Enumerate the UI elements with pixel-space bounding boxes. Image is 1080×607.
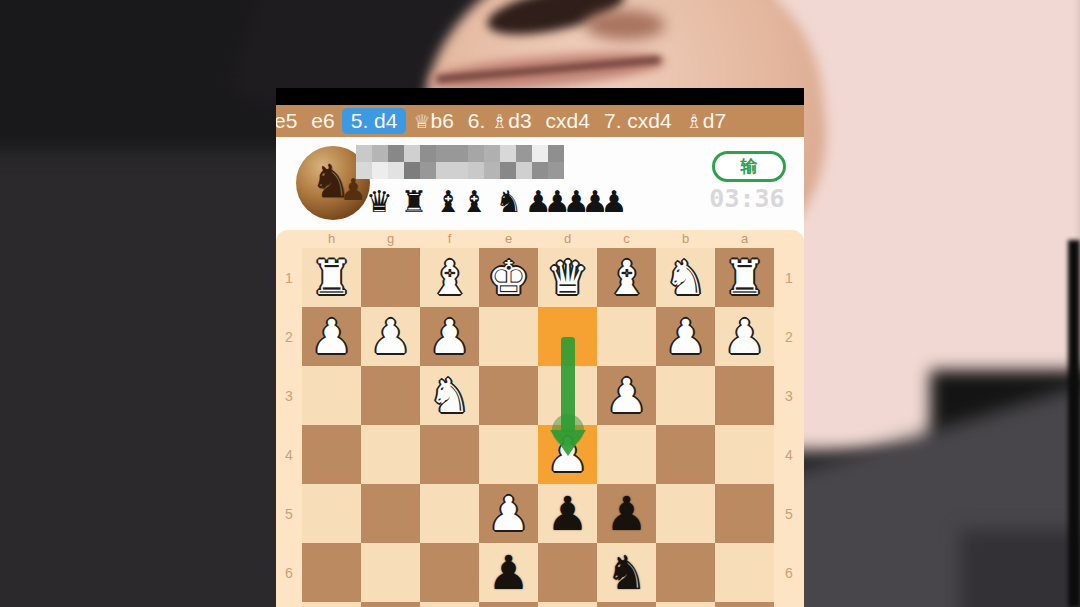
black-pawn-a7: ♟	[723, 602, 765, 607]
white-rook-a1: ♜	[723, 248, 765, 307]
square-a4[interactable]	[715, 425, 774, 484]
square-g7[interactable]: ♟	[361, 602, 420, 607]
square-g2[interactable]: ♟	[361, 307, 420, 366]
file-label-a: a	[715, 230, 774, 248]
black-pawn-e6: ♟	[487, 543, 529, 602]
chess-board[interactable]: ♜♝♚♛♝♞♜♟♟♟♟♟♞♟♟♟♟♟♟♞♟♟♟♟♟	[302, 248, 774, 607]
mosaic-block	[468, 162, 484, 179]
square-c6[interactable]: ♞	[597, 543, 656, 602]
white-pawn-f2: ♟	[428, 307, 470, 366]
square-b7[interactable]: ♟	[656, 602, 715, 607]
square-h3[interactable]	[302, 366, 361, 425]
rank-label-6-right: 6	[774, 565, 804, 581]
rank-label-6-left: 6	[276, 565, 302, 581]
square-c5[interactable]: ♟	[597, 484, 656, 543]
mosaic-block	[436, 145, 452, 162]
square-f5[interactable]	[420, 484, 479, 543]
square-e2[interactable]	[479, 307, 538, 366]
white-knight-b1: ♞	[664, 248, 706, 307]
move-list-bar[interactable]: e5e65. d4♕b66. ♗d3cxd47. cxd4♗d7	[276, 105, 804, 137]
mosaic-block	[548, 145, 564, 162]
file-label-f: f	[420, 230, 479, 248]
player-bar: ♞ ♟ ♛ ♜ ♝♝ ♞ ♟♟♟♟♟ 输 03:36	[276, 137, 804, 230]
square-h6[interactable]	[302, 543, 361, 602]
square-f1[interactable]: ♝	[420, 248, 479, 307]
black-pawn-g7: ♟	[369, 602, 411, 607]
file-label-g: g	[361, 230, 420, 248]
move-token-current[interactable]: 5. d4	[342, 108, 407, 134]
rank-label-2-right: 2	[774, 329, 804, 345]
black-pawn-f7: ♟	[428, 602, 470, 607]
file-label-d: d	[538, 230, 597, 248]
square-g4[interactable]	[361, 425, 420, 484]
mosaic-block	[548, 162, 564, 179]
square-c1[interactable]: ♝	[597, 248, 656, 307]
mosaic-block	[404, 162, 420, 179]
rank-label-3-right: 3	[774, 388, 804, 404]
square-c7[interactable]	[597, 602, 656, 607]
square-c3[interactable]: ♟	[597, 366, 656, 425]
square-g3[interactable]	[361, 366, 420, 425]
file-label-b: b	[656, 230, 715, 248]
move-arrow-head	[550, 430, 586, 456]
square-e5[interactable]: ♟	[479, 484, 538, 543]
background-nose-shadow	[585, 10, 665, 40]
white-pawn-b2: ♟	[664, 307, 706, 366]
rank-label-4-right: 4	[774, 447, 804, 463]
mosaic-block	[452, 145, 468, 162]
square-e6[interactable]: ♟	[479, 543, 538, 602]
white-king-e1: ♚	[487, 248, 529, 307]
white-rook-h1: ♜	[310, 248, 352, 307]
rank-label-2-left: 2	[276, 329, 302, 345]
square-a1[interactable]: ♜	[715, 248, 774, 307]
square-b5[interactable]	[656, 484, 715, 543]
move-token[interactable]: ♗d7	[679, 108, 733, 134]
letterbox-bar	[276, 88, 804, 105]
rank-label-5-right: 5	[774, 506, 804, 522]
square-g1[interactable]	[361, 248, 420, 307]
mosaic-block	[420, 145, 436, 162]
file-label-e: e	[479, 230, 538, 248]
board-section: hgfedcba ♜♝♚♛♝♞♜♟♟♟♟♟♞♟♟♟♟♟♟♞♟♟♟♟♟ 11223…	[276, 230, 804, 607]
move-arrow-shaft	[561, 337, 575, 433]
captured-major-pieces: ♛ ♜ ♝♝ ♞	[366, 184, 521, 219]
mosaic-block	[356, 145, 372, 162]
white-bishop-f1: ♝	[428, 248, 470, 307]
square-a6[interactable]	[715, 543, 774, 602]
square-e7[interactable]	[479, 602, 538, 607]
square-a5[interactable]	[715, 484, 774, 543]
mosaic-block	[468, 145, 484, 162]
square-b6[interactable]	[656, 543, 715, 602]
square-d1[interactable]: ♛	[538, 248, 597, 307]
square-b1[interactable]: ♞	[656, 248, 715, 307]
black-pawn-d5: ♟	[546, 484, 588, 543]
black-pawn-b7: ♟	[664, 602, 706, 607]
file-label-h: h	[302, 230, 361, 248]
square-f2[interactable]: ♟	[420, 307, 479, 366]
move-token[interactable]: ♕b6	[406, 108, 460, 134]
mosaic-block	[532, 145, 548, 162]
file-label-c: c	[597, 230, 656, 248]
square-e1[interactable]: ♚	[479, 248, 538, 307]
move-token[interactable]: 6. ♗d3	[461, 108, 539, 134]
player-clock: 03:36	[709, 184, 785, 213]
mosaic-block	[484, 162, 500, 179]
captured-pieces-row: ♛ ♜ ♝♝ ♞ ♟♟♟♟♟	[366, 181, 628, 221]
mosaic-block	[436, 162, 452, 179]
background-edge-strip	[1068, 240, 1080, 607]
rank-label-4-left: 4	[276, 447, 302, 463]
square-b3[interactable]	[656, 366, 715, 425]
square-e4[interactable]	[479, 425, 538, 484]
square-d5[interactable]: ♟	[538, 484, 597, 543]
file-labels: hgfedcba	[302, 230, 774, 248]
square-c4[interactable]	[597, 425, 656, 484]
square-c2[interactable]	[597, 307, 656, 366]
square-f7[interactable]: ♟	[420, 602, 479, 607]
square-a2[interactable]: ♟	[715, 307, 774, 366]
rank-label-3-left: 3	[276, 388, 302, 404]
mosaic-block	[404, 145, 420, 162]
mosaic-block	[452, 162, 468, 179]
black-knight-c6: ♞	[605, 543, 647, 602]
black-pawn-h7: ♟	[310, 602, 352, 607]
mosaic-block	[420, 162, 436, 179]
white-pawn-g2: ♟	[369, 307, 411, 366]
white-pawn-h2: ♟	[310, 307, 352, 366]
square-h5[interactable]	[302, 484, 361, 543]
result-badge: 输	[712, 151, 786, 182]
white-queen-d1: ♛	[546, 248, 588, 307]
mosaic-block	[500, 145, 516, 162]
square-b2[interactable]: ♟	[656, 307, 715, 366]
chess-app-window: e5e65. d4♕b66. ♗d3cxd47. cxd4♗d7 ♞ ♟ ♛ ♜…	[276, 88, 804, 607]
censored-username	[356, 145, 564, 179]
rank-label-1-right: 1	[774, 270, 804, 286]
mosaic-block	[372, 145, 388, 162]
mosaic-block	[388, 145, 404, 162]
square-b4[interactable]	[656, 425, 715, 484]
rank-label-5-left: 5	[276, 506, 302, 522]
white-pawn-c3: ♟	[605, 366, 647, 425]
square-e3[interactable]	[479, 366, 538, 425]
mosaic-block	[500, 162, 516, 179]
square-d6[interactable]	[538, 543, 597, 602]
move-token[interactable]: e6	[304, 108, 341, 134]
square-h1[interactable]: ♜	[302, 248, 361, 307]
square-h4[interactable]	[302, 425, 361, 484]
square-a7[interactable]: ♟	[715, 602, 774, 607]
background-shoulder-shade	[960, 530, 1080, 607]
screenshot: e5e65. d4♕b66. ♗d3cxd47. cxd4♗d7 ♞ ♟ ♛ ♜…	[0, 0, 1080, 607]
mosaic-block	[532, 162, 548, 179]
black-pawn-c5: ♟	[605, 484, 647, 543]
mosaic-block	[356, 162, 372, 179]
rank-label-1-left: 1	[276, 270, 302, 286]
mosaic-block	[516, 162, 532, 179]
white-bishop-c1: ♝	[605, 248, 647, 307]
white-pawn-e5: ♟	[487, 484, 529, 543]
mosaic-block	[516, 145, 532, 162]
square-f6[interactable]	[420, 543, 479, 602]
move-token[interactable]: cxd4	[539, 108, 597, 134]
mosaic-block	[372, 162, 388, 179]
white-knight-f3: ♞	[428, 366, 470, 425]
move-token[interactable]: e5	[276, 108, 304, 134]
captured-pawns: ♟♟♟♟♟	[525, 184, 627, 219]
square-a3[interactable]	[715, 366, 774, 425]
square-h7[interactable]: ♟	[302, 602, 361, 607]
square-d7[interactable]	[538, 602, 597, 607]
white-pawn-a2: ♟	[723, 307, 765, 366]
square-f4[interactable]	[420, 425, 479, 484]
square-h2[interactable]: ♟	[302, 307, 361, 366]
mosaic-block	[388, 162, 404, 179]
square-g5[interactable]	[361, 484, 420, 543]
square-f3[interactable]: ♞	[420, 366, 479, 425]
mosaic-block	[484, 145, 500, 162]
square-g6[interactable]	[361, 543, 420, 602]
move-token[interactable]: 7. cxd4	[597, 108, 679, 134]
